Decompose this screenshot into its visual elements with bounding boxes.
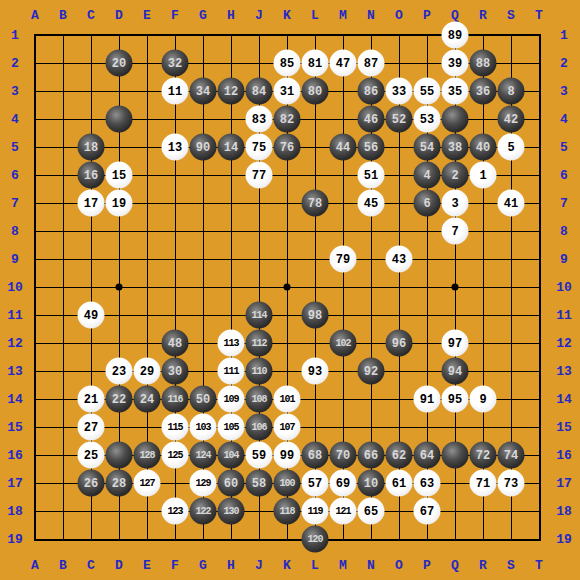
column-label-top: J — [255, 9, 263, 22]
stone-J11-move-114: 114 — [246, 302, 273, 329]
row-label-right: 4 — [560, 113, 568, 126]
row-label-right: 13 — [556, 365, 572, 378]
stone-M5-move-44: 44 — [330, 134, 357, 161]
stone-R14-move-9: 9 — [470, 386, 497, 413]
stone-C14-move-21: 21 — [78, 386, 105, 413]
stone-F12-move-48: 48 — [162, 330, 189, 357]
row-label-left: 3 — [11, 85, 19, 98]
stone-E14-move-24: 24 — [134, 386, 161, 413]
stone-K3-move-31: 31 — [274, 78, 301, 105]
row-label-left: 9 — [11, 253, 19, 266]
stone-H17-move-60: 60 — [218, 470, 245, 497]
stone-P6-move-4: 4 — [414, 162, 441, 189]
stone-O12-move-96: 96 — [386, 330, 413, 357]
column-label-bottom: S — [507, 559, 515, 572]
stone-M9-move-79: 79 — [330, 246, 357, 273]
stone-L18-move-119: 119 — [302, 498, 329, 525]
stone-O16-move-62: 62 — [386, 442, 413, 469]
stone-M18-move-121: 121 — [330, 498, 357, 525]
stone-R5-move-40: 40 — [470, 134, 497, 161]
stone-F5-move-13: 13 — [162, 134, 189, 161]
row-label-right: 11 — [556, 309, 572, 322]
stone-N17-move-10: 10 — [358, 470, 385, 497]
column-label-top: H — [227, 9, 235, 22]
row-label-right: 2 — [560, 57, 568, 70]
stone-P18-move-67: 67 — [414, 498, 441, 525]
stone-G3-move-34: 34 — [190, 78, 217, 105]
stone-H3-move-12: 12 — [218, 78, 245, 105]
column-label-top: A — [31, 9, 39, 22]
stone-K17-move-100: 100 — [274, 470, 301, 497]
stone-C17-move-26: 26 — [78, 470, 105, 497]
stone-P5-move-54: 54 — [414, 134, 441, 161]
column-label-bottom: A — [31, 559, 39, 572]
column-label-bottom: P — [423, 559, 431, 572]
stone-N7-move-45: 45 — [358, 190, 385, 217]
stone-H13-move-111: 111 — [218, 358, 245, 385]
column-label-top: P — [423, 9, 431, 22]
row-label-left: 6 — [11, 169, 19, 182]
row-label-left: 18 — [7, 505, 23, 518]
row-label-left: 11 — [7, 309, 23, 322]
stone-G18-move-122: 122 — [190, 498, 217, 525]
stone-O4-move-52: 52 — [386, 106, 413, 133]
row-label-right: 1 — [560, 29, 568, 42]
stone-J16-move-59: 59 — [246, 442, 273, 469]
stone-C6-move-16: 16 — [78, 162, 105, 189]
column-label-bottom: O — [395, 559, 403, 572]
stone-E17-move-127: 127 — [134, 470, 161, 497]
stone-P4-move-53: 53 — [414, 106, 441, 133]
stone-K2-move-85: 85 — [274, 50, 301, 77]
stone-Q7-move-3: 3 — [442, 190, 469, 217]
stone-N18-move-65: 65 — [358, 498, 385, 525]
column-label-bottom: Q — [451, 559, 459, 572]
stone-L13-move-93: 93 — [302, 358, 329, 385]
stone-S7-move-41: 41 — [498, 190, 525, 217]
stone-D6-move-15: 15 — [106, 162, 133, 189]
stone-C15-move-27: 27 — [78, 414, 105, 441]
stone-S5-move-5: 5 — [498, 134, 525, 161]
stone-J4-move-83: 83 — [246, 106, 273, 133]
stone-F3-move-11: 11 — [162, 78, 189, 105]
stone-S4-move-42: 42 — [498, 106, 525, 133]
column-label-bottom: J — [255, 559, 263, 572]
stone-O9-move-43: 43 — [386, 246, 413, 273]
stone-Q5-move-38: 38 — [442, 134, 469, 161]
row-label-right: 7 — [560, 197, 568, 210]
row-label-left: 2 — [11, 57, 19, 70]
row-label-left: 17 — [7, 477, 23, 490]
stone-Q6-move-2: 2 — [442, 162, 469, 189]
row-label-left: 13 — [7, 365, 23, 378]
stone-Q16-handicap — [442, 442, 469, 469]
stone-G17-move-129: 129 — [190, 470, 217, 497]
stone-M16-move-70: 70 — [330, 442, 357, 469]
stone-Q4-handicap — [442, 106, 469, 133]
stone-J5-move-75: 75 — [246, 134, 273, 161]
column-label-top: L — [311, 9, 319, 22]
row-label-right: 10 — [556, 281, 572, 294]
column-label-bottom: F — [171, 559, 179, 572]
stone-F14-move-116: 116 — [162, 386, 189, 413]
stone-N13-move-92: 92 — [358, 358, 385, 385]
stone-J12-move-112: 112 — [246, 330, 273, 357]
stone-N16-move-66: 66 — [358, 442, 385, 469]
stone-F16-move-125: 125 — [162, 442, 189, 469]
stone-F2-move-32: 32 — [162, 50, 189, 77]
row-label-left: 19 — [7, 533, 23, 546]
column-label-top: R — [479, 9, 487, 22]
column-label-top: S — [507, 9, 515, 22]
stone-R16-move-72: 72 — [470, 442, 497, 469]
stone-D4-handicap — [106, 106, 133, 133]
stone-C16-move-25: 25 — [78, 442, 105, 469]
stone-Q8-move-7: 7 — [442, 218, 469, 245]
column-label-bottom: D — [115, 559, 123, 572]
stone-P17-move-63: 63 — [414, 470, 441, 497]
stone-P7-move-6: 6 — [414, 190, 441, 217]
column-label-top: T — [535, 9, 543, 22]
stone-E16-move-128: 128 — [134, 442, 161, 469]
stone-E13-move-29: 29 — [134, 358, 161, 385]
stone-R3-move-36: 36 — [470, 78, 497, 105]
stone-M12-move-102: 102 — [330, 330, 357, 357]
stone-R2-move-88: 88 — [470, 50, 497, 77]
stone-Q13-move-94: 94 — [442, 358, 469, 385]
column-label-top: N — [367, 9, 375, 22]
star-point-Q10 — [452, 284, 459, 291]
stone-N2-move-87: 87 — [358, 50, 385, 77]
stone-M17-move-69: 69 — [330, 470, 357, 497]
stone-J14-move-108: 108 — [246, 386, 273, 413]
stone-J17-move-58: 58 — [246, 470, 273, 497]
row-label-right: 5 — [560, 141, 568, 154]
stone-D13-move-23: 23 — [106, 358, 133, 385]
stone-O3-move-33: 33 — [386, 78, 413, 105]
stone-M2-move-47: 47 — [330, 50, 357, 77]
stone-F15-move-115: 115 — [162, 414, 189, 441]
stone-L7-move-78: 78 — [302, 190, 329, 217]
stone-N4-move-46: 46 — [358, 106, 385, 133]
stone-D7-move-19: 19 — [106, 190, 133, 217]
stone-J13-move-110: 110 — [246, 358, 273, 385]
stone-L11-move-98: 98 — [302, 302, 329, 329]
stone-F18-move-123: 123 — [162, 498, 189, 525]
stone-J15-move-106: 106 — [246, 414, 273, 441]
stone-H5-move-14: 14 — [218, 134, 245, 161]
column-label-top: F — [171, 9, 179, 22]
row-label-right: 16 — [556, 449, 572, 462]
column-label-bottom: N — [367, 559, 375, 572]
column-label-top: E — [143, 9, 151, 22]
stone-Q12-move-97: 97 — [442, 330, 469, 357]
stone-L3-move-80: 80 — [302, 78, 329, 105]
stone-S16-move-74: 74 — [498, 442, 525, 469]
row-label-right: 9 — [560, 253, 568, 266]
row-label-left: 5 — [11, 141, 19, 154]
stone-Q14-move-95: 95 — [442, 386, 469, 413]
row-label-left: 4 — [11, 113, 19, 126]
column-label-top: K — [283, 9, 291, 22]
stone-L2-move-81: 81 — [302, 50, 329, 77]
column-label-bottom: E — [143, 559, 151, 572]
row-label-left: 1 — [11, 29, 19, 42]
row-label-right: 6 — [560, 169, 568, 182]
column-label-bottom: L — [311, 559, 319, 572]
column-label-bottom: B — [59, 559, 67, 572]
stone-H15-move-105: 105 — [218, 414, 245, 441]
row-label-right: 3 — [560, 85, 568, 98]
stone-S3-move-8: 8 — [498, 78, 525, 105]
row-label-left: 15 — [7, 421, 23, 434]
stone-P3-move-55: 55 — [414, 78, 441, 105]
row-label-left: 12 — [7, 337, 23, 350]
column-label-top: Q — [451, 9, 459, 22]
row-label-right: 12 — [556, 337, 572, 350]
stone-S17-move-73: 73 — [498, 470, 525, 497]
row-label-right: 8 — [560, 225, 568, 238]
stone-P16-move-64: 64 — [414, 442, 441, 469]
stone-K14-move-101: 101 — [274, 386, 301, 413]
column-label-top: D — [115, 9, 123, 22]
stone-G14-move-50: 50 — [190, 386, 217, 413]
stone-Q3-move-35: 35 — [442, 78, 469, 105]
stone-L19-move-120: 120 — [302, 526, 329, 553]
stone-D2-move-20: 20 — [106, 50, 133, 77]
stone-J3-move-84: 84 — [246, 78, 273, 105]
stone-K18-move-118: 118 — [274, 498, 301, 525]
column-label-top: O — [395, 9, 403, 22]
stone-N6-move-51: 51 — [358, 162, 385, 189]
stone-N3-move-86: 86 — [358, 78, 385, 105]
stone-L16-move-68: 68 — [302, 442, 329, 469]
stone-K4-move-82: 82 — [274, 106, 301, 133]
column-label-bottom: H — [227, 559, 235, 572]
column-label-bottom: M — [339, 559, 347, 572]
row-label-left: 10 — [7, 281, 23, 294]
row-label-left: 16 — [7, 449, 23, 462]
row-label-left: 8 — [11, 225, 19, 238]
row-label-right: 17 — [556, 477, 572, 490]
column-label-top: M — [339, 9, 347, 22]
star-point-K10 — [284, 284, 291, 291]
stone-H18-move-130: 130 — [218, 498, 245, 525]
stone-Q1-move-89: 89 — [442, 22, 469, 49]
stone-H12-move-113: 113 — [218, 330, 245, 357]
stone-C5-move-18: 18 — [78, 134, 105, 161]
column-label-bottom: T — [535, 559, 543, 572]
row-label-right: 18 — [556, 505, 572, 518]
stone-C7-move-17: 17 — [78, 190, 105, 217]
stone-K16-move-99: 99 — [274, 442, 301, 469]
stone-C11-move-49: 49 — [78, 302, 105, 329]
stone-G15-move-103: 103 — [190, 414, 217, 441]
stone-D16-handicap — [106, 442, 133, 469]
stone-R6-move-1: 1 — [470, 162, 497, 189]
stone-P14-move-91: 91 — [414, 386, 441, 413]
column-label-bottom: C — [87, 559, 95, 572]
column-label-top: G — [199, 9, 207, 22]
row-label-right: 19 — [556, 533, 572, 546]
row-label-left: 7 — [11, 197, 19, 210]
stone-R17-move-71: 71 — [470, 470, 497, 497]
column-label-bottom: K — [283, 559, 291, 572]
row-label-right: 14 — [556, 393, 572, 406]
stone-G5-move-90: 90 — [190, 134, 217, 161]
column-label-bottom: R — [479, 559, 487, 572]
stone-D14-move-22: 22 — [106, 386, 133, 413]
stone-L17-move-57: 57 — [302, 470, 329, 497]
stone-N5-move-56: 56 — [358, 134, 385, 161]
column-label-top: C — [87, 9, 95, 22]
stone-O17-move-61: 61 — [386, 470, 413, 497]
stone-F13-move-30: 30 — [162, 358, 189, 385]
row-label-left: 14 — [7, 393, 23, 406]
stone-D17-move-28: 28 — [106, 470, 133, 497]
stone-H14-move-109: 109 — [218, 386, 245, 413]
star-point-D10 — [116, 284, 123, 291]
column-label-bottom: G — [199, 559, 207, 572]
column-label-top: B — [59, 9, 67, 22]
stone-G16-move-124: 124 — [190, 442, 217, 469]
stone-K15-move-107: 107 — [274, 414, 301, 441]
go-board-diagram: AABBCCDDEEFFGGHHJJKKLLMMNNOOPPQQRRSSTT11… — [0, 0, 580, 580]
stone-H16-move-104: 104 — [218, 442, 245, 469]
stone-K5-move-76: 76 — [274, 134, 301, 161]
row-label-right: 15 — [556, 421, 572, 434]
stone-Q2-move-39: 39 — [442, 50, 469, 77]
stone-J6-move-77: 77 — [246, 162, 273, 189]
